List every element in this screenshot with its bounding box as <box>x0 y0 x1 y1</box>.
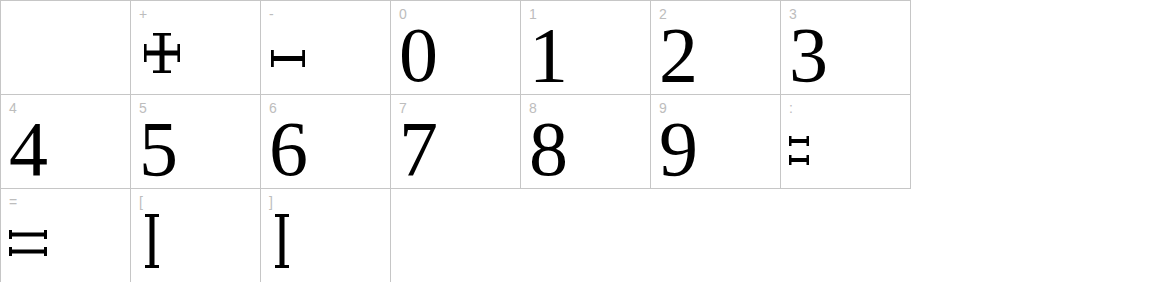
glyph-preview: 2 <box>659 16 698 94</box>
glyph-preview: 4 <box>9 110 48 188</box>
glyph-cell-4: 4 4 <box>0 94 131 189</box>
glyph-cell-3: 3 3 <box>780 0 911 95</box>
glyph-cell-minus: - <box>260 0 391 95</box>
glyph-cell-equals: = <box>0 188 131 282</box>
glyph-preview <box>144 33 180 73</box>
glyph-cell-plus: + <box>130 0 261 95</box>
glyph-cell-2: 2 2 <box>650 0 781 95</box>
glyph-preview: 0 <box>399 16 438 94</box>
glyph-cell-colon: : <box>780 94 911 189</box>
glyph-preview <box>143 214 161 268</box>
glyph-preview: 7 <box>399 110 438 188</box>
glyph-cell-0: 0 0 <box>390 0 521 95</box>
glyph-cell-5: 5 5 <box>130 94 261 189</box>
glyph-label: ] <box>269 195 273 209</box>
glyph-preview: 6 <box>269 110 308 188</box>
charmap-row-2: 4 4 5 5 6 6 7 7 8 8 9 9 : <box>1 95 1172 189</box>
glyph-cell-9: 9 9 <box>650 94 781 189</box>
glyph-preview: 3 <box>789 16 828 94</box>
glyph-cell-1: 1 1 <box>520 0 651 95</box>
glyph-cell-empty <box>0 0 131 95</box>
glyph-preview: 1 <box>529 16 568 94</box>
glyph-label: - <box>269 7 274 21</box>
glyph-preview <box>789 136 809 165</box>
glyph-cell-right-bracket: ] <box>260 188 391 282</box>
glyph-preview: 9 <box>659 110 698 188</box>
character-map: + - 0 0 1 1 2 2 3 3 4 4 5 5 <box>0 0 1172 282</box>
glyph-cell-7: 7 7 <box>390 94 521 189</box>
glyph-preview <box>271 50 305 67</box>
glyph-label: : <box>789 101 793 115</box>
glyph-preview: 5 <box>139 110 178 188</box>
charmap-row-1: + - 0 0 1 1 2 2 3 3 <box>1 1 1172 95</box>
glyph-label: [ <box>139 195 143 209</box>
glyph-preview: 8 <box>529 110 568 188</box>
glyph-cell-6: 6 6 <box>260 94 391 189</box>
charmap-row-3: = [ ] <box>1 189 1172 282</box>
glyph-cell-left-bracket: [ <box>130 188 261 282</box>
glyph-label: + <box>139 7 147 21</box>
glyph-preview <box>9 230 47 256</box>
glyph-cell-8: 8 8 <box>520 94 651 189</box>
glyph-preview <box>273 214 291 268</box>
glyph-label: = <box>9 195 17 209</box>
